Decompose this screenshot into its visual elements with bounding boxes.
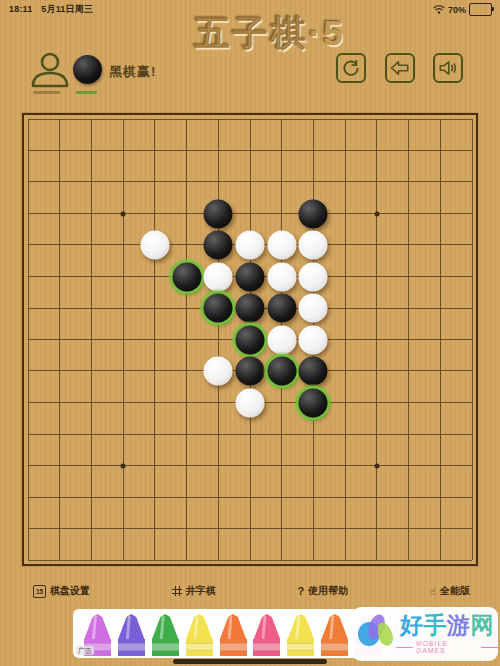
logo-char: 好 — [400, 612, 424, 638]
crayon — [287, 614, 314, 656]
stone-black-winning — [267, 357, 296, 386]
grid-line — [28, 465, 472, 466]
logo-subtitle: MOBILE GAMES — [396, 640, 498, 654]
grid-line — [28, 497, 472, 498]
star-point — [374, 463, 379, 468]
menu-label: 全能版 — [440, 584, 470, 598]
menu-label: 井字棋 — [186, 584, 216, 598]
stone-black-winning — [299, 388, 328, 417]
stone-black — [236, 294, 265, 323]
bottom-menu: 15 棋盘设置 井字棋 ? 使用帮助 ☝ 全能版 — [0, 583, 500, 599]
stone-white — [299, 325, 328, 354]
crayon — [321, 614, 348, 656]
ad-label: 广告 — [76, 646, 94, 655]
stone-white — [236, 231, 265, 260]
stone-white — [299, 262, 328, 291]
stone-white — [140, 231, 169, 260]
stone-black — [299, 199, 328, 228]
menu-item-tictactoe[interactable]: 井字棋 — [172, 584, 216, 598]
result-text: 黑棋赢! — [109, 63, 156, 81]
crayon — [253, 614, 280, 656]
player-avatar-icon — [30, 51, 70, 89]
grid-line — [408, 119, 409, 560]
stone-black — [267, 294, 296, 323]
restart-icon — [341, 58, 361, 78]
grid-line — [440, 119, 441, 560]
stone-black — [299, 357, 328, 386]
stone-white — [267, 325, 296, 354]
stone-black — [236, 357, 265, 386]
back-button[interactable] — [385, 53, 415, 83]
stone-white — [299, 231, 328, 260]
menu-label: 使用帮助 — [308, 584, 348, 598]
stone-white — [267, 231, 296, 260]
logo-blobs-icon — [358, 612, 394, 656]
page-title: 五子棋·5 — [0, 10, 500, 57]
crayon — [186, 614, 213, 656]
stone-black-winning — [236, 325, 265, 354]
crayon — [220, 614, 247, 656]
black-stone-indicator — [73, 55, 102, 84]
grid-line — [28, 560, 472, 561]
crayon — [152, 614, 179, 656]
stone-black — [204, 199, 233, 228]
gomoku-board[interactable] — [22, 113, 478, 566]
logo-char: 手 — [424, 612, 448, 638]
question-mark-icon: ? — [297, 585, 304, 597]
star-point — [121, 211, 126, 216]
grid-line — [345, 119, 346, 560]
menu-item-help[interactable]: ? 使用帮助 — [297, 584, 348, 598]
sound-button[interactable] — [433, 53, 463, 83]
stone-black — [204, 231, 233, 260]
menu-item-board-settings[interactable]: 15 棋盘设置 — [33, 584, 90, 598]
back-arrow-icon — [390, 59, 410, 77]
stone-black-winning — [204, 294, 233, 323]
menu-item-pro-version[interactable]: ☝ 全能版 — [430, 584, 470, 598]
board-grid[interactable] — [28, 119, 472, 560]
grid-line — [376, 119, 377, 560]
star-point — [374, 211, 379, 216]
logo-char: 网 — [471, 612, 495, 638]
stone-white — [299, 294, 328, 323]
grid-line — [28, 528, 472, 529]
tictactoe-grid-icon — [172, 586, 182, 596]
board-size-15-icon: 15 — [33, 585, 46, 598]
stone-white — [267, 262, 296, 291]
stone-white — [236, 388, 265, 417]
menu-label: 棋盘设置 — [50, 584, 90, 598]
stone-white — [204, 357, 233, 386]
stone-black — [236, 262, 265, 291]
grid-line — [472, 119, 473, 560]
restart-button[interactable] — [336, 53, 366, 83]
star-point — [121, 463, 126, 468]
home-indicator[interactable] — [173, 659, 327, 664]
pointing-hand-icon: ☝ — [430, 586, 436, 597]
stone-white — [204, 262, 233, 291]
watermark-logo-card: 好手游网 MOBILE GAMES — [352, 607, 498, 661]
logo-char: 游 — [447, 612, 471, 638]
stone-sub-mark — [76, 91, 97, 94]
avatar-sub-mark — [33, 91, 60, 94]
grid-line — [28, 434, 472, 435]
crayon — [118, 614, 145, 656]
logo-title: 好手游网 — [400, 614, 494, 637]
speaker-icon — [438, 59, 458, 77]
stone-black-winning — [172, 262, 201, 291]
